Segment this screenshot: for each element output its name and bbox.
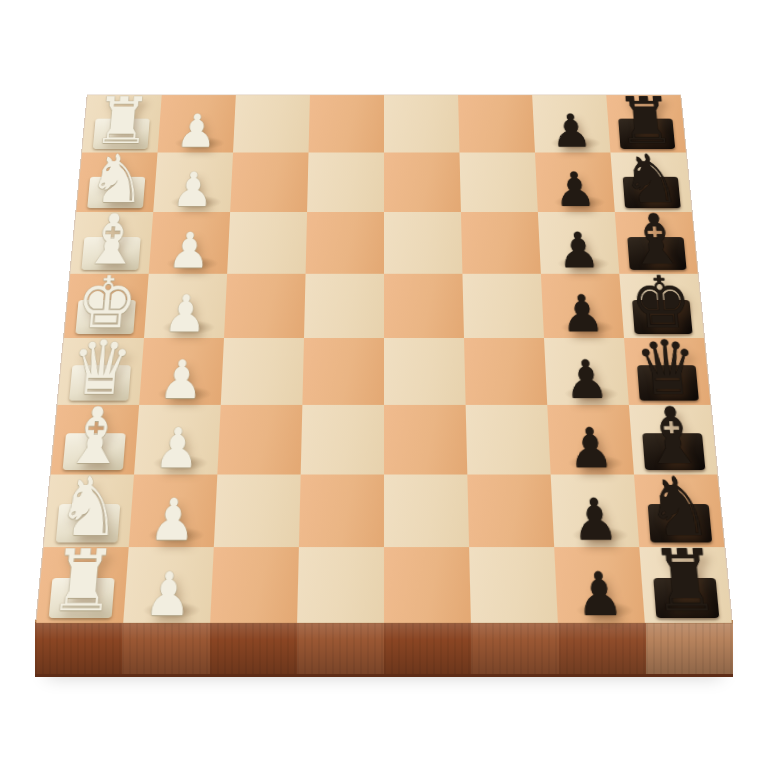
black-pawn-d7: ♟ bbox=[544, 338, 629, 405]
piece-glyph: ♟ bbox=[148, 491, 197, 549]
square-d6[interactable] bbox=[464, 338, 547, 405]
square-a8[interactable]: ♜ bbox=[639, 547, 731, 623]
white-pawn-c2: ♟ bbox=[134, 405, 221, 475]
piece-glyph: ♟ bbox=[556, 226, 601, 275]
black-pawn-g7: ♟ bbox=[535, 153, 615, 212]
square-c2[interactable]: ♟ bbox=[134, 405, 221, 475]
square-f2[interactable]: ♟ bbox=[149, 212, 230, 274]
square-a3[interactable] bbox=[210, 547, 299, 623]
board-3d-wrap: ♜♟♟♜♞♟♟♞♝♟♟♝♚♟♟♚♛♟♟♛♝♟♟♝♞♟♟♞♜♟♟♜ bbox=[36, 95, 732, 623]
square-c6[interactable] bbox=[466, 405, 551, 475]
square-g5[interactable] bbox=[384, 153, 461, 212]
square-e6[interactable] bbox=[462, 274, 544, 338]
piece-glyph: ♟ bbox=[175, 108, 218, 154]
square-d4[interactable] bbox=[302, 338, 384, 405]
chess-board: ♜♟♟♜♞♟♟♞♝♟♟♝♚♟♟♚♛♟♟♛♝♟♟♝♞♟♟♞♜♟♟♜ bbox=[36, 95, 732, 623]
black-rook-a8: ♜ bbox=[639, 547, 731, 623]
square-d7[interactable]: ♟ bbox=[544, 338, 629, 405]
chess-set-photo: ♜♟♟♜♞♟♟♞♝♟♟♝♚♟♟♚♛♟♟♛♝♟♟♝♞♟♟♞♜♟♟♜ bbox=[0, 0, 768, 768]
piece-glyph: ♟ bbox=[560, 288, 606, 339]
square-e4[interactable] bbox=[304, 274, 384, 338]
square-h4[interactable] bbox=[309, 95, 384, 152]
piece-glyph: ♟ bbox=[171, 166, 215, 213]
square-a5[interactable] bbox=[384, 547, 471, 623]
board-side-edge bbox=[35, 620, 733, 677]
piece-glyph: ♟ bbox=[143, 564, 193, 624]
square-b5[interactable] bbox=[384, 475, 469, 548]
square-g7[interactable]: ♟ bbox=[535, 153, 615, 212]
piece-glyph: ♟ bbox=[571, 491, 620, 549]
square-d3[interactable] bbox=[221, 338, 304, 405]
black-pawn-b7: ♟ bbox=[551, 475, 640, 548]
board-side-segment bbox=[210, 622, 297, 674]
black-pawn-e7: ♟ bbox=[541, 274, 624, 338]
white-pawn-d2: ♟ bbox=[139, 338, 224, 405]
square-a7[interactable]: ♟ bbox=[554, 547, 645, 623]
board-side-segment bbox=[559, 622, 646, 674]
square-c7[interactable]: ♟ bbox=[547, 405, 634, 475]
white-pawn-g2: ♟ bbox=[153, 153, 233, 212]
piece-glyph: ♜ bbox=[46, 539, 119, 624]
square-a2[interactable]: ♟ bbox=[123, 547, 214, 623]
square-f6[interactable] bbox=[461, 212, 541, 274]
square-f3[interactable] bbox=[227, 212, 307, 274]
piece-glyph: ♟ bbox=[575, 564, 625, 624]
square-a6[interactable] bbox=[469, 547, 558, 623]
square-a4[interactable] bbox=[297, 547, 384, 623]
piece-glyph: ♟ bbox=[158, 353, 205, 406]
square-a1[interactable]: ♜ bbox=[36, 547, 128, 623]
square-d2[interactable]: ♟ bbox=[139, 338, 224, 405]
square-h5[interactable] bbox=[384, 95, 459, 152]
square-f5[interactable] bbox=[384, 212, 462, 274]
square-d5[interactable] bbox=[384, 338, 466, 405]
white-pawn-f2: ♟ bbox=[149, 212, 230, 274]
square-c5[interactable] bbox=[384, 405, 467, 475]
white-pawn-e2: ♟ bbox=[144, 274, 227, 338]
black-pawn-a7: ♟ bbox=[554, 547, 645, 623]
board-side-segment bbox=[384, 622, 471, 674]
piece-glyph: ♟ bbox=[167, 226, 212, 275]
square-b3[interactable] bbox=[214, 475, 301, 548]
square-b2[interactable]: ♟ bbox=[129, 475, 218, 548]
square-h3[interactable] bbox=[233, 95, 310, 152]
square-e3[interactable] bbox=[224, 274, 306, 338]
square-b4[interactable] bbox=[299, 475, 384, 548]
black-pawn-h7: ♟ bbox=[532, 95, 610, 152]
square-b6[interactable] bbox=[467, 475, 554, 548]
square-e7[interactable]: ♟ bbox=[541, 274, 624, 338]
piece-glyph: ♜ bbox=[649, 539, 722, 624]
square-e2[interactable]: ♟ bbox=[144, 274, 227, 338]
square-e5[interactable] bbox=[384, 274, 464, 338]
square-b7[interactable]: ♟ bbox=[551, 475, 640, 548]
white-pawn-a2: ♟ bbox=[123, 547, 214, 623]
board-side-segment bbox=[122, 622, 209, 674]
square-h6[interactable] bbox=[458, 95, 535, 152]
square-h7[interactable]: ♟ bbox=[532, 95, 610, 152]
square-g6[interactable] bbox=[459, 153, 537, 212]
board-side-segment bbox=[297, 622, 384, 674]
piece-glyph: ♟ bbox=[553, 166, 597, 213]
white-rook-a1: ♜ bbox=[36, 547, 128, 623]
white-pawn-h2: ♟ bbox=[158, 95, 236, 152]
square-g3[interactable] bbox=[230, 153, 308, 212]
square-h2[interactable]: ♟ bbox=[158, 95, 236, 152]
square-c4[interactable] bbox=[301, 405, 384, 475]
white-pawn-b2: ♟ bbox=[129, 475, 218, 548]
black-pawn-f7: ♟ bbox=[538, 212, 619, 274]
square-c3[interactable] bbox=[217, 405, 302, 475]
black-pawn-c7: ♟ bbox=[547, 405, 634, 475]
square-g4[interactable] bbox=[307, 153, 384, 212]
board-side-segment bbox=[471, 622, 558, 674]
piece-glyph: ♟ bbox=[550, 108, 593, 154]
piece-glyph: ♟ bbox=[567, 420, 615, 475]
square-f4[interactable] bbox=[306, 212, 384, 274]
piece-glyph: ♟ bbox=[162, 288, 208, 339]
piece-glyph: ♟ bbox=[153, 420, 201, 475]
piece-glyph: ♟ bbox=[563, 353, 610, 406]
square-g2[interactable]: ♟ bbox=[153, 153, 233, 212]
square-f7[interactable]: ♟ bbox=[538, 212, 619, 274]
